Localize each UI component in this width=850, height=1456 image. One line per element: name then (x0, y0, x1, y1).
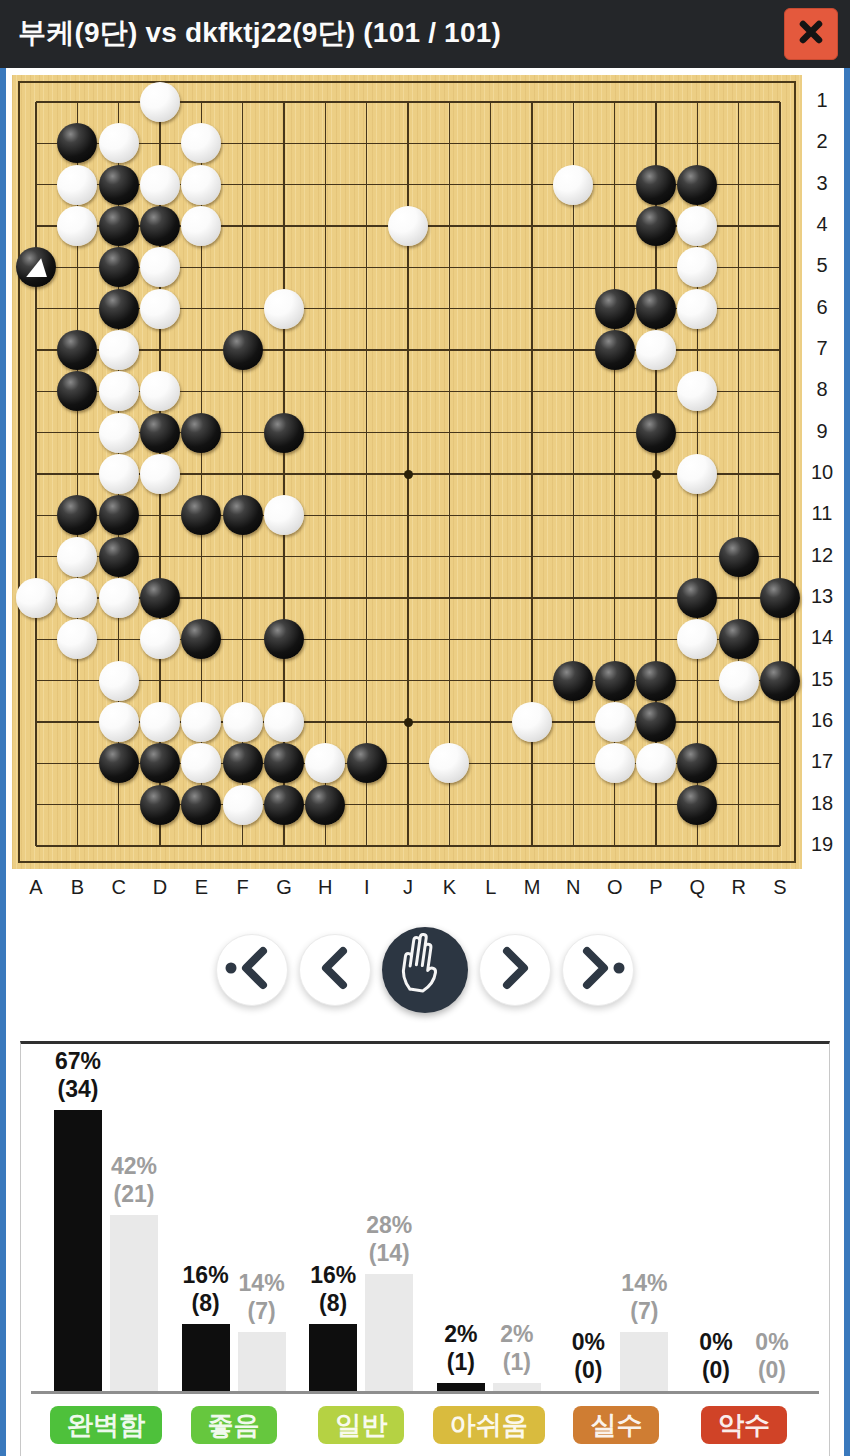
white-stone-F16 (223, 702, 263, 742)
grid-line (449, 102, 451, 846)
white-stone-E4 (181, 206, 221, 246)
white-stone-C15 (99, 661, 139, 701)
black-stone-O7 (595, 330, 635, 370)
row-label-3: 3 (800, 172, 844, 195)
chart-group-4: 2%(1)2%(1)아쉬움 (430, 1044, 548, 1444)
white-stone-B12 (57, 537, 97, 577)
black-stone-B7 (57, 330, 97, 370)
white-player-bar (493, 1383, 541, 1391)
black-stone-H18 (305, 785, 345, 825)
chevron-left-dot-icon (216, 932, 288, 1008)
white-stone-Q8 (677, 371, 717, 411)
white-stone-C9 (99, 413, 139, 453)
white-stone-D8 (140, 371, 180, 411)
black-player-bar (309, 1324, 357, 1391)
white-stone-G16 (264, 702, 304, 742)
white-stone-G11 (264, 495, 304, 535)
white-stone-P17 (636, 743, 676, 783)
black-stone-P16 (636, 702, 676, 742)
black-stone-D4 (140, 206, 180, 246)
black-stone-R12 (719, 537, 759, 577)
grid-line (573, 102, 575, 846)
col-label-L: L (471, 876, 511, 899)
col-label-A: A (16, 876, 56, 899)
black-stone-Q13 (677, 578, 717, 618)
black-stone-O6 (595, 289, 635, 329)
white-stone-G6 (264, 289, 304, 329)
black-stone-O15 (595, 661, 635, 701)
x-icon (795, 16, 827, 52)
black-player-bar (54, 1110, 102, 1391)
white-player-bar (110, 1215, 158, 1391)
white-stone-C16 (99, 702, 139, 742)
next-move-button[interactable] (479, 934, 551, 1006)
grid-line (36, 515, 780, 517)
col-label-D: D (140, 876, 180, 899)
white-stone-O16 (595, 702, 635, 742)
col-label-R: R (719, 876, 759, 899)
white-stone-E2 (181, 123, 221, 163)
white-stone-J4 (388, 206, 428, 246)
black-player-bar-wrap: 2%(1) (435, 1320, 487, 1391)
white-stone-E3 (181, 165, 221, 205)
move-quality-chart: 67%(34)42%(21)완벽함16%(8)14%(7)좋음16%(8)28%… (20, 1041, 830, 1456)
black-stone-C12 (99, 537, 139, 577)
white-stone-D14 (140, 619, 180, 659)
col-label-F: F (223, 876, 263, 899)
prev-move-button[interactable] (299, 934, 371, 1006)
black-player-bar-wrap: 16%(8) (307, 1261, 359, 1391)
black-stone-E9 (181, 413, 221, 453)
white-player-bar-wrap: 14%(7) (236, 1269, 288, 1391)
black-player-bar (437, 1383, 485, 1391)
game-review-window: 부케(9단) vs dkfktj22(9단) (101 / 101) ABCDE… (0, 0, 850, 1456)
title-bar: 부케(9단) vs dkfktj22(9단) (101 / 101) (0, 0, 850, 68)
white-stone-D10 (140, 454, 180, 494)
black-stone-F17 (223, 743, 263, 783)
move-navigation (0, 924, 850, 1016)
white-stone-Q4 (677, 206, 717, 246)
goban[interactable] (12, 75, 802, 869)
row-label-1: 1 (800, 89, 844, 112)
black-stone-S15 (760, 661, 800, 701)
black-stone-P6 (636, 289, 676, 329)
black-stone-D18 (140, 785, 180, 825)
col-label-Q: Q (677, 876, 717, 899)
black-stone-D9 (140, 413, 180, 453)
category-badge-3[interactable]: 일반 (318, 1406, 404, 1444)
row-label-15: 15 (800, 668, 844, 691)
panel-frame-right (844, 68, 850, 1456)
white-player-value-label: 28%(14) (366, 1211, 412, 1267)
row-label-17: 17 (800, 750, 844, 773)
black-player-value-label: 16%(8) (183, 1261, 229, 1317)
col-label-S: S (760, 876, 800, 899)
to-end-button[interactable] (562, 934, 634, 1006)
black-stone-P15 (636, 661, 676, 701)
white-stone-C2 (99, 123, 139, 163)
black-stone-P4 (636, 206, 676, 246)
white-player-bar-wrap: 14%(7) (618, 1269, 670, 1391)
white-player-bar-wrap: 28%(14) (363, 1211, 415, 1391)
col-label-E: E (181, 876, 221, 899)
white-stone-D3 (140, 165, 180, 205)
black-stone-N15 (553, 661, 593, 701)
col-label-K: K (429, 876, 469, 899)
star-point (652, 470, 661, 479)
black-stone-Q18 (677, 785, 717, 825)
white-stone-Q6 (677, 289, 717, 329)
grid-line (738, 102, 740, 846)
grid-line (36, 556, 780, 558)
white-stone-A13 (16, 578, 56, 618)
black-stone-G18 (264, 785, 304, 825)
panel-frame-left (0, 68, 6, 1456)
black-stone-D13 (140, 578, 180, 618)
category-badge-2[interactable]: 좋음 (191, 1406, 277, 1444)
black-stone-Q3 (677, 165, 717, 205)
black-stone-B8 (57, 371, 97, 411)
white-stone-B4 (57, 206, 97, 246)
white-stone-N3 (553, 165, 593, 205)
page-title: 부케(9단) vs dkfktj22(9단) (101 / 101) (18, 0, 501, 66)
white-stone-E17 (181, 743, 221, 783)
white-stone-O17 (595, 743, 635, 783)
black-stone-P3 (636, 165, 676, 205)
col-label-O: O (595, 876, 635, 899)
black-stone-B11 (57, 495, 97, 535)
black-stone-G14 (264, 619, 304, 659)
white-player-value-label: 2%(1) (500, 1320, 533, 1376)
black-stone-C11 (99, 495, 139, 535)
star-point (404, 718, 413, 727)
row-label-16: 16 (800, 709, 844, 732)
black-stone-C6 (99, 289, 139, 329)
white-stone-B3 (57, 165, 97, 205)
chart-group-2: 16%(8)14%(7)좋음 (175, 1044, 293, 1444)
black-stone-A5 (16, 247, 56, 287)
white-stone-M16 (512, 702, 552, 742)
black-player-bar-wrap: 0%(0) (562, 1328, 614, 1391)
bars: 0%(0)14%(7) (562, 1044, 670, 1391)
white-stone-Q14 (677, 619, 717, 659)
chevron-right-icon (479, 932, 551, 1008)
white-stone-C10 (99, 454, 139, 494)
black-player-value-label: 0%(0) (572, 1328, 605, 1384)
black-stone-P9 (636, 413, 676, 453)
col-label-H: H (305, 876, 345, 899)
chevron-left-icon (299, 932, 371, 1008)
white-stone-D6 (140, 289, 180, 329)
chart-group-1: 67%(34)42%(21)완벽함 (47, 1044, 165, 1444)
white-stone-K17 (429, 743, 469, 783)
row-label-14: 14 (800, 626, 844, 649)
black-stone-C3 (99, 165, 139, 205)
col-label-B: B (57, 876, 97, 899)
white-stone-B14 (57, 619, 97, 659)
white-stone-B13 (57, 578, 97, 618)
black-stone-G17 (264, 743, 304, 783)
hand-tool-button[interactable] (382, 927, 468, 1013)
row-label-13: 13 (800, 585, 844, 608)
grid-line (490, 102, 492, 846)
row-label-19: 19 (800, 833, 844, 856)
white-player-value-label: 0%(0) (755, 1328, 788, 1384)
white-player-bar-wrap: 42%(21) (108, 1152, 160, 1391)
col-label-C: C (99, 876, 139, 899)
black-stone-D17 (140, 743, 180, 783)
bars: 16%(8)28%(14) (307, 1044, 415, 1391)
row-label-10: 10 (800, 461, 844, 484)
row-label-4: 4 (800, 213, 844, 236)
col-label-P: P (636, 876, 676, 899)
row-label-18: 18 (800, 792, 844, 815)
bars: 0%(0)0%(0) (690, 1044, 798, 1391)
row-label-2: 2 (800, 130, 844, 153)
white-stone-F18 (223, 785, 263, 825)
bars: 2%(1)2%(1) (435, 1044, 543, 1391)
black-stone-C4 (99, 206, 139, 246)
white-stone-R15 (719, 661, 759, 701)
white-stone-E16 (181, 702, 221, 742)
category-badge-5[interactable]: 실수 (573, 1406, 659, 1444)
black-stone-E11 (181, 495, 221, 535)
white-stone-Q5 (677, 247, 717, 287)
black-stone-I17 (347, 743, 387, 783)
row-label-5: 5 (800, 254, 844, 277)
grid-line (36, 845, 780, 847)
white-stone-Q10 (677, 454, 717, 494)
col-label-M: M (512, 876, 552, 899)
black-player-bar (182, 1324, 230, 1391)
black-stone-F7 (223, 330, 263, 370)
close-button[interactable] (784, 8, 838, 60)
black-stone-C5 (99, 247, 139, 287)
white-stone-C8 (99, 371, 139, 411)
black-player-bar-wrap: 67%(34) (52, 1047, 104, 1391)
black-stone-S13 (760, 578, 800, 618)
col-label-G: G (264, 876, 304, 899)
chart-group-6: 0%(0)0%(0)악수 (685, 1044, 803, 1444)
white-stone-H17 (305, 743, 345, 783)
black-player-bar-wrap: 16%(8) (180, 1261, 232, 1391)
black-stone-E18 (181, 785, 221, 825)
star-point (404, 470, 413, 479)
last-move-marker (26, 258, 47, 277)
row-label-11: 11 (800, 502, 844, 525)
row-label-12: 12 (800, 544, 844, 567)
white-stone-C13 (99, 578, 139, 618)
black-player-bar-wrap: 0%(0) (690, 1328, 742, 1391)
col-label-N: N (553, 876, 593, 899)
white-stone-C7 (99, 330, 139, 370)
white-player-bar-wrap: 0%(0) (746, 1328, 798, 1391)
col-label-I: I (347, 876, 387, 899)
bars: 67%(34)42%(21) (52, 1044, 160, 1391)
to-start-button[interactable] (216, 934, 288, 1006)
hand-icon (382, 925, 468, 1015)
white-player-bar (238, 1332, 286, 1391)
col-label-J: J (388, 876, 428, 899)
row-label-7: 7 (800, 337, 844, 360)
grid-line (779, 102, 781, 846)
category-badge-1[interactable]: 완벽함 (50, 1406, 162, 1444)
black-stone-Q17 (677, 743, 717, 783)
white-player-value-label: 14%(7) (239, 1269, 285, 1325)
white-player-bar-wrap: 2%(1) (491, 1320, 543, 1391)
black-stone-B2 (57, 123, 97, 163)
row-label-6: 6 (800, 296, 844, 319)
black-player-value-label: 67%(34) (55, 1047, 101, 1103)
white-player-bar (620, 1332, 668, 1391)
black-stone-E14 (181, 619, 221, 659)
white-stone-D1 (140, 82, 180, 122)
black-stone-F11 (223, 495, 263, 535)
black-player-value-label: 0%(0) (699, 1328, 732, 1384)
white-player-value-label: 42%(21) (111, 1152, 157, 1208)
white-stone-D5 (140, 247, 180, 287)
row-label-8: 8 (800, 378, 844, 401)
black-stone-G9 (264, 413, 304, 453)
category-badge-6[interactable]: 악수 (701, 1406, 787, 1444)
row-label-9: 9 (800, 420, 844, 443)
black-stone-C17 (99, 743, 139, 783)
bars: 16%(8)14%(7) (180, 1044, 288, 1391)
white-stone-P7 (636, 330, 676, 370)
chart-group-5: 0%(0)14%(7)실수 (557, 1044, 675, 1444)
black-stone-R14 (719, 619, 759, 659)
white-player-bar (365, 1274, 413, 1391)
white-player-value-label: 14%(7) (621, 1269, 667, 1325)
white-stone-D16 (140, 702, 180, 742)
chart-group-3: 16%(8)28%(14)일반 (302, 1044, 420, 1444)
black-player-value-label: 2%(1) (444, 1320, 477, 1376)
chevron-right-dot-icon (562, 932, 634, 1008)
black-player-value-label: 16%(8) (310, 1261, 356, 1317)
category-badge-4[interactable]: 아쉬움 (433, 1406, 545, 1444)
